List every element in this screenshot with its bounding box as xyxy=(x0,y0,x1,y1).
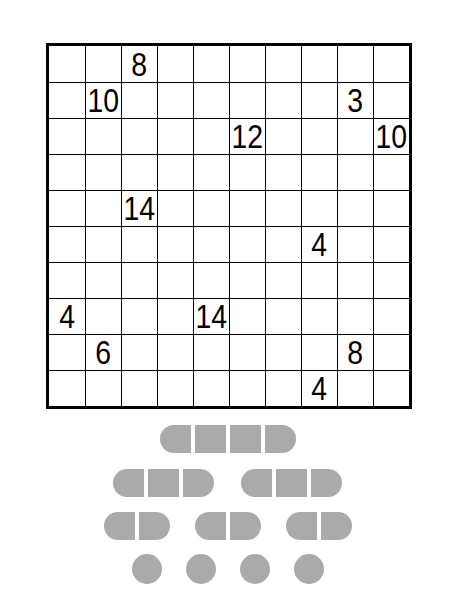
ship-segment xyxy=(104,512,135,540)
ship-size-2 xyxy=(195,512,261,540)
ship-segment xyxy=(160,425,191,453)
cell-r10c8: 4 xyxy=(301,370,337,406)
clue-value: 12 xyxy=(232,120,264,153)
fleet-display xyxy=(0,425,455,584)
ship-size-1 xyxy=(132,554,162,584)
clue-value: 4 xyxy=(312,372,328,405)
cell-r7c4[interactable] xyxy=(157,262,193,298)
cell-r1c6[interactable] xyxy=(229,46,265,82)
cell-r5c7[interactable] xyxy=(265,190,301,226)
clue-value: 10 xyxy=(376,120,408,153)
cell-r9c1[interactable] xyxy=(49,334,85,370)
ship-segment xyxy=(139,512,170,540)
ship-segment xyxy=(286,512,317,540)
ship-segment xyxy=(321,512,352,540)
cell-r3c3[interactable] xyxy=(121,118,157,154)
cell-r4c7[interactable] xyxy=(265,154,301,190)
cell-r4c4[interactable] xyxy=(157,154,193,190)
cell-r4c9[interactable] xyxy=(337,154,373,190)
cell-r7c9[interactable] xyxy=(337,262,373,298)
cell-r10c7[interactable] xyxy=(265,370,301,406)
cell-r5c8[interactable] xyxy=(301,190,337,226)
ship-segment xyxy=(241,469,272,497)
clue-value: 4 xyxy=(59,300,75,333)
cell-r4c8[interactable] xyxy=(301,154,337,190)
cell-r7c6[interactable] xyxy=(229,262,265,298)
ship-segment xyxy=(311,469,342,497)
cell-r7c7[interactable] xyxy=(265,262,301,298)
ship-segment xyxy=(230,425,261,453)
cell-r2c5[interactable] xyxy=(193,82,229,118)
clue-value: 6 xyxy=(96,336,112,369)
cell-r6c4[interactable] xyxy=(157,226,193,262)
cell-r7c1[interactable] xyxy=(49,262,85,298)
cell-r5c10[interactable] xyxy=(373,190,409,226)
ship-segment xyxy=(195,512,226,540)
ship-size-3 xyxy=(113,469,214,497)
clue-value: 8 xyxy=(132,48,148,81)
cell-r2c3[interactable] xyxy=(121,82,157,118)
ship-size-2 xyxy=(286,512,352,540)
cell-r2c4[interactable] xyxy=(157,82,193,118)
cell-r6c3[interactable] xyxy=(121,226,157,262)
clue-value: 14 xyxy=(196,300,228,333)
cell-r7c5[interactable] xyxy=(193,262,229,298)
cell-r4c6[interactable] xyxy=(229,154,265,190)
cell-r8c9[interactable] xyxy=(337,298,373,334)
cell-r6c8: 4 xyxy=(301,226,337,262)
fleet-row xyxy=(0,554,455,584)
cell-r3c6: 12 xyxy=(229,118,265,154)
ship-segment xyxy=(276,469,307,497)
cell-r8c5: 14 xyxy=(193,298,229,334)
cell-r3c7[interactable] xyxy=(265,118,301,154)
cell-r10c5[interactable] xyxy=(193,370,229,406)
cell-r9c2: 6 xyxy=(85,334,121,370)
cell-r3c4[interactable] xyxy=(157,118,193,154)
cell-r1c3: 8 xyxy=(121,46,157,82)
cell-r3c8[interactable] xyxy=(301,118,337,154)
cell-r3c1[interactable] xyxy=(49,118,85,154)
cell-r6c6[interactable] xyxy=(229,226,265,262)
clue-value: 10 xyxy=(88,84,120,117)
cell-r4c5[interactable] xyxy=(193,154,229,190)
ship-segment xyxy=(183,469,214,497)
cell-r9c7[interactable] xyxy=(265,334,301,370)
cell-r8c2[interactable] xyxy=(85,298,121,334)
cell-r5c4[interactable] xyxy=(157,190,193,226)
clue-value: 14 xyxy=(124,192,156,225)
cell-r7c8[interactable] xyxy=(301,262,337,298)
cell-r1c1[interactable] xyxy=(49,46,85,82)
ship-segment xyxy=(113,469,144,497)
cell-r1c2[interactable] xyxy=(85,46,121,82)
cell-r9c5[interactable] xyxy=(193,334,229,370)
cell-r8c4[interactable] xyxy=(157,298,193,334)
cell-r5c5[interactable] xyxy=(193,190,229,226)
cell-r6c2[interactable] xyxy=(85,226,121,262)
cell-r2c2: 10 xyxy=(85,82,121,118)
cell-r1c4[interactable] xyxy=(157,46,193,82)
ship-size-2 xyxy=(104,512,170,540)
cell-r10c6[interactable] xyxy=(229,370,265,406)
cell-r3c9[interactable] xyxy=(337,118,373,154)
fleet-row xyxy=(0,469,455,497)
ship-segment xyxy=(148,469,179,497)
cell-r9c10[interactable] xyxy=(373,334,409,370)
cell-r5c6[interactable] xyxy=(229,190,265,226)
cell-r1c9[interactable] xyxy=(337,46,373,82)
cell-r1c8[interactable] xyxy=(301,46,337,82)
cell-r2c6[interactable] xyxy=(229,82,265,118)
ship-size-4 xyxy=(160,425,296,453)
cell-r2c1[interactable] xyxy=(49,82,85,118)
cell-r10c3[interactable] xyxy=(121,370,157,406)
cell-r7c2[interactable] xyxy=(85,262,121,298)
cell-r4c2[interactable] xyxy=(85,154,121,190)
cell-r7c10[interactable] xyxy=(373,262,409,298)
cell-r5c3: 14 xyxy=(121,190,157,226)
fleet-row xyxy=(0,425,455,453)
cell-r2c10[interactable] xyxy=(373,82,409,118)
cell-r9c8[interactable] xyxy=(301,334,337,370)
cell-r7c3[interactable] xyxy=(121,262,157,298)
cell-r1c10[interactable] xyxy=(373,46,409,82)
cell-r4c3[interactable] xyxy=(121,154,157,190)
cell-r9c4[interactable] xyxy=(157,334,193,370)
ship-segment xyxy=(230,512,261,540)
cell-r2c9: 3 xyxy=(337,82,373,118)
cell-r8c1: 4 xyxy=(49,298,85,334)
ship-segment xyxy=(195,425,226,453)
cell-r10c4[interactable] xyxy=(157,370,193,406)
cell-r9c3[interactable] xyxy=(121,334,157,370)
cell-r3c5[interactable] xyxy=(193,118,229,154)
clue-value: 3 xyxy=(348,84,364,117)
cell-r3c2[interactable] xyxy=(85,118,121,154)
ship-size-1 xyxy=(186,554,216,584)
cell-r8c3[interactable] xyxy=(121,298,157,334)
ship-size-3 xyxy=(241,469,342,497)
ship-size-1 xyxy=(240,554,270,584)
cell-r9c6[interactable] xyxy=(229,334,265,370)
cell-r2c7[interactable] xyxy=(265,82,301,118)
cell-r1c7[interactable] xyxy=(265,46,301,82)
cell-r1c5[interactable] xyxy=(193,46,229,82)
cell-r8c6[interactable] xyxy=(229,298,265,334)
cell-r8c8[interactable] xyxy=(301,298,337,334)
clue-value: 8 xyxy=(348,336,364,369)
cell-r4c10[interactable] xyxy=(373,154,409,190)
cell-r10c2[interactable] xyxy=(85,370,121,406)
cell-r9c9: 8 xyxy=(337,334,373,370)
cell-r5c1[interactable] xyxy=(49,190,85,226)
cell-r5c9[interactable] xyxy=(337,190,373,226)
cell-r4c1[interactable] xyxy=(49,154,85,190)
cell-r8c7[interactable] xyxy=(265,298,301,334)
cell-r6c9[interactable] xyxy=(337,226,373,262)
cell-r10c10[interactable] xyxy=(373,370,409,406)
cell-r6c10[interactable] xyxy=(373,226,409,262)
ship-size-1 xyxy=(294,554,324,584)
cell-r10c1[interactable] xyxy=(49,370,85,406)
cell-r6c1[interactable] xyxy=(49,226,85,262)
fleet-row xyxy=(0,512,455,540)
clue-value: 4 xyxy=(312,228,328,261)
puzzle-grid: 81031210144414684 xyxy=(46,43,412,409)
cell-r10c9[interactable] xyxy=(337,370,373,406)
cell-r6c5[interactable] xyxy=(193,226,229,262)
cell-r8c10[interactable] xyxy=(373,298,409,334)
cell-r2c8[interactable] xyxy=(301,82,337,118)
puzzle-canvas: 81031210144414684 xyxy=(0,0,455,612)
cell-r6c7[interactable] xyxy=(265,226,301,262)
cell-r3c10: 10 xyxy=(373,118,409,154)
ship-segment xyxy=(265,425,296,453)
cell-r5c2[interactable] xyxy=(85,190,121,226)
